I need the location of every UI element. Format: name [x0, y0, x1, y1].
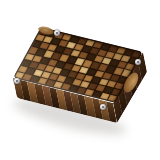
foot-screw-left: [14, 78, 20, 84]
foot-screw-bottom: [100, 104, 106, 110]
side-grain-stripe: [27, 82, 38, 104]
side-grain-stripe: [20, 80, 31, 102]
side-grain-stripe: [84, 96, 95, 118]
side-grain-stripe: [56, 89, 67, 111]
side-grain-stripe: [63, 90, 74, 112]
side-grain-stripe: [49, 87, 60, 109]
side-grain-stripe: [42, 85, 53, 107]
side-grain-stripe: [77, 94, 88, 116]
side-grain-stripe: [99, 99, 110, 121]
side-grain-stripe: [34, 83, 45, 105]
foot-screw-top-right: [135, 59, 141, 65]
side-grain-stripe: [70, 92, 81, 114]
product-photo: [0, 0, 160, 160]
foot-screw-top-left: [54, 30, 60, 36]
